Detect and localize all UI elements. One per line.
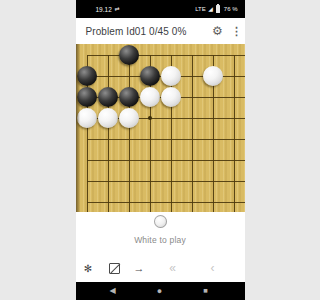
settings-gear-icon[interactable]: ⚙ [207,18,229,44]
grid-line-vertical [129,55,130,212]
go-board[interactable] [76,44,245,212]
nav-back-icon[interactable]: ◀ [106,282,120,300]
star-point [148,116,152,120]
problem-list-icon[interactable]: ✻ [81,255,96,282]
android-nav-bar: ◀ ● ■ [76,282,245,300]
clock: 19.12 [96,6,112,13]
white-stone-ec [161,87,181,107]
page-title: Problem Id01 0/45 0% [86,26,187,37]
turn-label: White to play [76,235,245,245]
battery-icon [216,5,220,13]
white-stone-bd [98,108,118,128]
white-stone-eb [161,66,181,86]
nav-recents-icon[interactable]: ■ [199,282,213,300]
prompt-area: White to play [76,212,245,255]
next-arrow-icon[interactable]: → [132,255,147,282]
signal-icon: ◢ [208,6,213,12]
grid-line-horizontal [87,181,245,182]
rewind-icon[interactable]: « [165,255,181,282]
black-stone-ab [77,66,97,86]
grid-line-horizontal [87,55,245,56]
overflow-menu-icon[interactable]: ⋮ [229,18,245,44]
white-stone-ad [77,108,97,128]
grid-line-vertical [108,55,109,212]
sync-icon: ⇄ [115,6,120,12]
white-stone-cd [119,108,139,128]
grid-line-horizontal [87,160,245,161]
grid-line-vertical [192,55,193,212]
black-stone-cc [119,87,139,107]
black-stone-bc [98,87,118,107]
black-stone-ac [77,87,97,107]
edit-icon[interactable] [109,263,120,274]
white-turn-stone-icon [154,215,167,228]
app-bar: Problem Id01 0/45 0% ⚙ ⋮ [76,18,245,44]
black-stone-ca [119,45,139,65]
undo-icon[interactable]: ‹ [206,255,220,282]
grid-line-horizontal [87,202,245,203]
white-stone-gb [203,66,223,86]
toolbar: ✻ → « ‹ [76,255,245,282]
status-bar: 19.12 ⇄ LTE ◢ 76 % [76,0,245,18]
black-stone-db [140,66,160,86]
nav-home-icon[interactable]: ● [153,282,167,300]
phone-screen: 19.12 ⇄ LTE ◢ 76 % Problem Id01 0/45 0% … [76,0,245,300]
grid-line-horizontal [87,139,245,140]
battery-percent: 76 % [224,6,238,12]
grid-line-vertical [234,55,235,212]
white-stone-dc [140,87,160,107]
network-type-label: LTE [195,6,206,12]
